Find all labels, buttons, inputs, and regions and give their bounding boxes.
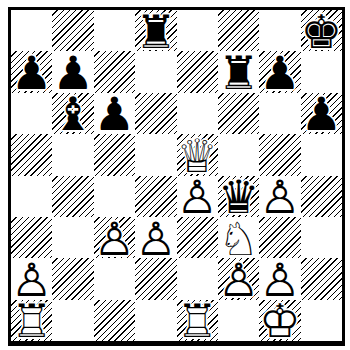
square-e1[interactable]: ♜︎♖︎ [177, 300, 218, 341]
square-a8[interactable] [11, 10, 52, 51]
piece-backing: ♟︎ [177, 177, 218, 218]
square-f5[interactable] [218, 134, 259, 175]
piece-backing: ♚︎ [301, 11, 342, 52]
square-f3[interactable]: ♞︎♘︎ [218, 217, 259, 258]
square-b5[interactable] [52, 134, 93, 175]
square-g5[interactable] [259, 134, 300, 175]
square-e2[interactable] [177, 258, 218, 299]
square-d7[interactable] [135, 51, 176, 92]
white-pawn: ♟︎♙︎ [94, 217, 135, 258]
piece-glyph: ♙︎ [218, 259, 259, 300]
piece-backing: ♟︎ [52, 52, 93, 93]
square-g8[interactable] [259, 10, 300, 51]
square-f7[interactable]: ♜︎♜︎ [218, 51, 259, 92]
square-b4[interactable] [52, 176, 93, 217]
square-h5[interactable] [301, 134, 342, 175]
piece-backing: ♞︎ [218, 218, 259, 259]
piece-glyph: ♔︎ [259, 301, 300, 342]
piece-backing: ♟︎ [135, 218, 176, 259]
black-queen: ♛︎♛︎ [218, 176, 259, 217]
square-g3[interactable] [259, 217, 300, 258]
square-f6[interactable] [218, 93, 259, 134]
piece-glyph: ♙︎ [11, 259, 52, 300]
square-a7[interactable]: ♟︎♟︎ [11, 51, 52, 92]
square-b1[interactable] [52, 300, 93, 341]
square-d3[interactable]: ♟︎♙︎ [135, 217, 176, 258]
square-e6[interactable] [177, 93, 218, 134]
square-b8[interactable] [52, 10, 93, 51]
piece-glyph: ♟︎ [301, 94, 342, 135]
square-g1[interactable]: ♚︎♔︎ [259, 300, 300, 341]
square-a6[interactable] [11, 93, 52, 134]
piece-backing: ♜︎ [135, 11, 176, 52]
black-pawn: ♟︎♟︎ [11, 51, 52, 92]
white-pawn: ♟︎♙︎ [259, 258, 300, 299]
white-pawn: ♟︎♙︎ [218, 258, 259, 299]
square-c5[interactable] [94, 134, 135, 175]
chess-board: ♜︎♜︎♚︎♚︎♟︎♟︎♟︎♟︎♜︎♜︎♟︎♟︎♝︎♝︎♟︎♟︎♟︎♟︎♛︎♕︎… [11, 10, 342, 341]
square-e5[interactable]: ♛︎♕︎ [177, 134, 218, 175]
piece-backing: ♟︎ [259, 177, 300, 218]
square-d4[interactable] [135, 176, 176, 217]
square-c7[interactable] [94, 51, 135, 92]
white-pawn: ♟︎♙︎ [135, 217, 176, 258]
square-c3[interactable]: ♟︎♙︎ [94, 217, 135, 258]
square-c8[interactable] [94, 10, 135, 51]
piece-backing: ♟︎ [218, 259, 259, 300]
square-b7[interactable]: ♟︎♟︎ [52, 51, 93, 92]
piece-backing: ♜︎ [218, 52, 259, 93]
white-queen: ♛︎♕︎ [177, 134, 218, 175]
square-a2[interactable]: ♟︎♙︎ [11, 258, 52, 299]
white-rook: ♜︎♖︎ [177, 300, 218, 341]
square-a5[interactable] [11, 134, 52, 175]
square-h7[interactable] [301, 51, 342, 92]
square-g6[interactable] [259, 93, 300, 134]
black-pawn: ♟︎♟︎ [52, 51, 93, 92]
square-e8[interactable] [177, 10, 218, 51]
white-knight: ♞︎♘︎ [218, 217, 259, 258]
black-rook: ♜︎♜︎ [135, 10, 176, 51]
square-c6[interactable]: ♟︎♟︎ [94, 93, 135, 134]
black-rook: ♜︎♜︎ [218, 51, 259, 92]
piece-glyph: ♟︎ [259, 52, 300, 93]
piece-backing: ♟︎ [11, 52, 52, 93]
square-e7[interactable] [177, 51, 218, 92]
square-a3[interactable] [11, 217, 52, 258]
square-b3[interactable] [52, 217, 93, 258]
piece-glyph: ♕︎ [177, 135, 218, 176]
piece-glyph: ♙︎ [94, 218, 135, 259]
square-f8[interactable] [218, 10, 259, 51]
piece-glyph: ♙︎ [259, 177, 300, 218]
white-pawn: ♟︎♙︎ [177, 176, 218, 217]
square-f1[interactable] [218, 300, 259, 341]
square-c4[interactable] [94, 176, 135, 217]
piece-glyph: ♙︎ [135, 218, 176, 259]
square-h4[interactable] [301, 176, 342, 217]
piece-glyph: ♟︎ [94, 94, 135, 135]
chess-diagram-page: ♜︎♜︎♚︎♚︎♟︎♟︎♟︎♟︎♜︎♜︎♟︎♟︎♝︎♝︎♟︎♟︎♟︎♟︎♛︎♕︎… [0, 0, 350, 350]
piece-backing: ♛︎ [177, 135, 218, 176]
piece-backing: ♟︎ [301, 94, 342, 135]
square-d2[interactable] [135, 258, 176, 299]
piece-backing: ♚︎ [259, 301, 300, 342]
piece-backing: ♜︎ [177, 301, 218, 342]
board-frame: ♜︎♜︎♚︎♚︎♟︎♟︎♟︎♟︎♜︎♜︎♟︎♟︎♝︎♝︎♟︎♟︎♟︎♟︎♛︎♕︎… [8, 7, 345, 346]
square-h2[interactable] [301, 258, 342, 299]
square-h8[interactable]: ♚︎♚︎ [301, 10, 342, 51]
piece-backing: ♝︎ [52, 94, 93, 135]
square-e4[interactable]: ♟︎♙︎ [177, 176, 218, 217]
piece-glyph: ♙︎ [177, 177, 218, 218]
black-king: ♚︎♚︎ [301, 10, 342, 51]
square-b2[interactable] [52, 258, 93, 299]
square-d5[interactable] [135, 134, 176, 175]
piece-glyph: ♟︎ [52, 52, 93, 93]
white-pawn: ♟︎♙︎ [11, 258, 52, 299]
white-rook: ♜︎♖︎ [11, 300, 52, 341]
piece-glyph: ♛︎ [218, 177, 259, 218]
square-h6[interactable]: ♟︎♟︎ [301, 93, 342, 134]
piece-backing: ♟︎ [259, 52, 300, 93]
piece-glyph: ♖︎ [11, 301, 52, 342]
piece-glyph: ♜︎ [218, 52, 259, 93]
square-a4[interactable] [11, 176, 52, 217]
piece-glyph: ♟︎ [11, 52, 52, 93]
square-d1[interactable] [135, 300, 176, 341]
square-e3[interactable] [177, 217, 218, 258]
square-h1[interactable] [301, 300, 342, 341]
black-pawn: ♟︎♟︎ [301, 93, 342, 134]
square-a1[interactable]: ♜︎♖︎ [11, 300, 52, 341]
square-g2[interactable]: ♟︎♙︎ [259, 258, 300, 299]
piece-glyph: ♘︎ [218, 218, 259, 259]
piece-backing: ♟︎ [94, 94, 135, 135]
square-h3[interactable] [301, 217, 342, 258]
black-pawn: ♟︎♟︎ [94, 93, 135, 134]
piece-backing: ♛︎ [218, 177, 259, 218]
white-king: ♚︎♔︎ [259, 300, 300, 341]
square-g7[interactable]: ♟︎♟︎ [259, 51, 300, 92]
square-c2[interactable] [94, 258, 135, 299]
piece-backing: ♟︎ [11, 259, 52, 300]
black-bishop: ♝︎♝︎ [52, 93, 93, 134]
piece-backing: ♟︎ [94, 218, 135, 259]
piece-backing: ♟︎ [259, 259, 300, 300]
square-d6[interactable] [135, 93, 176, 134]
piece-glyph: ♝︎ [52, 94, 93, 135]
white-pawn: ♟︎♙︎ [259, 176, 300, 217]
piece-glyph: ♜︎ [135, 11, 176, 52]
piece-glyph: ♙︎ [259, 259, 300, 300]
square-f2[interactable]: ♟︎♙︎ [218, 258, 259, 299]
square-b6[interactable]: ♝︎♝︎ [52, 93, 93, 134]
square-g4[interactable]: ♟︎♙︎ [259, 176, 300, 217]
piece-backing: ♜︎ [11, 301, 52, 342]
piece-glyph: ♚︎ [301, 11, 342, 52]
square-f4[interactable]: ♛︎♛︎ [218, 176, 259, 217]
square-c1[interactable] [94, 300, 135, 341]
black-pawn: ♟︎♟︎ [259, 51, 300, 92]
square-d8[interactable]: ♜︎♜︎ [135, 10, 176, 51]
piece-glyph: ♖︎ [177, 301, 218, 342]
